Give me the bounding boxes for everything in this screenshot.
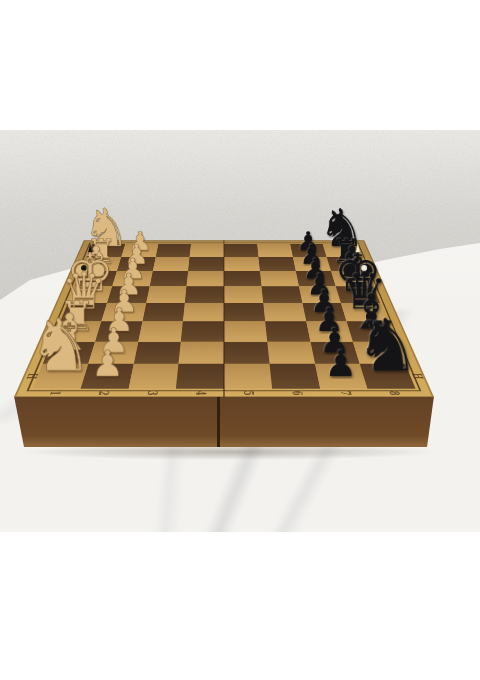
file-label-3: 3 (145, 391, 158, 396)
square-h8: ♞ (360, 364, 416, 389)
square-a4 (190, 244, 224, 257)
file-label-5: 5 (242, 391, 254, 396)
square-f5 (224, 321, 267, 341)
square-a5 (224, 244, 258, 257)
square-h2: ♟ (80, 364, 133, 389)
board-frame: ♞♟♟♞♜♟♟♜♝♟♟♝♚♟♟♚♛♟♟♛♜♟♟♝♝♟♟♜♞♟♟♞ 1234567… (14, 240, 434, 397)
chess-board: ♞♟♟♞♜♟♟♜♝♟♟♝♚♟♟♚♛♟♟♛♜♟♟♝♝♟♟♜♞♟♟♞ 1234567… (14, 240, 434, 397)
square-b5 (224, 257, 260, 271)
square-c5 (224, 271, 261, 286)
square-d5 (224, 286, 263, 303)
file-label-1: 1 (48, 391, 62, 396)
square-h4 (176, 364, 224, 389)
file-label-6: 6 (290, 391, 303, 396)
file-label-8: 8 (387, 391, 401, 396)
page: ♞♟♟♞♜♟♟♜♝♟♟♝♚♟♟♚♛♟♟♛♜♟♟♝♝♟♟♜♞♟♟♞ 1234567… (0, 0, 480, 680)
square-g4 (179, 341, 224, 363)
square-f4 (181, 321, 224, 341)
file-label-7: 7 (339, 391, 352, 396)
piece-glyph: ♟ (50, 345, 165, 381)
file-label-2: 2 (97, 391, 110, 396)
square-e5 (224, 303, 265, 321)
square-c4 (187, 271, 224, 286)
board-fold-seam-front (217, 396, 220, 447)
square-d4 (185, 286, 224, 303)
square-b4 (188, 257, 224, 271)
square-e4 (183, 303, 224, 321)
chess-set-photo: ♞♟♟♞♜♟♟♜♝♟♟♝♚♟♟♚♛♟♟♛♜♟♟♝♝♟♟♜♞♟♟♞ 1234567… (0, 130, 480, 532)
board-scene: ♞♟♟♞♜♟♟♜♝♟♟♝♚♟♟♚♛♟♟♛♜♟♟♝♝♟♟♜♞♟♟♞ 1234567… (0, 130, 480, 532)
contrasting-finial (361, 265, 367, 271)
board-shadow (24, 444, 434, 460)
square-g5 (224, 341, 269, 363)
file-label-4: 4 (194, 391, 206, 396)
piece-glyph: ♞ (330, 309, 445, 382)
square-h5 (224, 364, 272, 389)
